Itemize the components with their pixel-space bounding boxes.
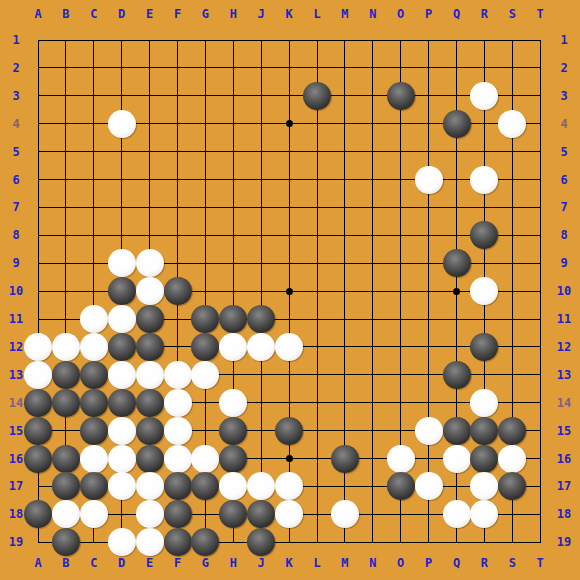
black-stone-F17[interactable] xyxy=(164,472,192,500)
row-label-left-5: 5 xyxy=(12,146,19,158)
black-stone-Q13[interactable] xyxy=(443,361,471,389)
row-label-right-5: 5 xyxy=(560,146,567,158)
white-stone-C18[interactable] xyxy=(80,500,108,528)
row-label-right-7: 7 xyxy=(560,201,567,213)
white-stone-D16[interactable] xyxy=(108,445,136,473)
black-stone-G19[interactable] xyxy=(191,528,219,556)
row-label-right-8: 8 xyxy=(560,229,567,241)
black-stone-Q9[interactable] xyxy=(443,249,471,277)
black-stone-H18[interactable] xyxy=(219,500,247,528)
white-stone-B12[interactable] xyxy=(52,333,80,361)
white-stone-G13[interactable] xyxy=(191,361,219,389)
grid-line-vertical xyxy=(540,40,541,543)
black-stone-B16[interactable] xyxy=(52,445,80,473)
white-stone-D9[interactable] xyxy=(108,249,136,277)
white-stone-R10[interactable] xyxy=(470,277,498,305)
black-stone-B17[interactable] xyxy=(52,472,80,500)
white-stone-E10[interactable] xyxy=(136,277,164,305)
black-stone-J18[interactable] xyxy=(247,500,275,528)
col-label-top-K: K xyxy=(285,8,292,20)
row-label-right-3: 3 xyxy=(560,90,567,102)
white-stone-D19[interactable] xyxy=(108,528,136,556)
white-stone-D15[interactable] xyxy=(108,417,136,445)
black-stone-R12[interactable] xyxy=(470,333,498,361)
black-stone-C15[interactable] xyxy=(80,417,108,445)
row-label-left-2: 2 xyxy=(12,62,19,74)
col-label-bottom-B: B xyxy=(62,557,69,569)
row-label-right-14: 14 xyxy=(557,397,571,409)
col-label-top-B: B xyxy=(62,8,69,20)
row-label-left-19: 19 xyxy=(9,536,23,548)
col-label-bottom-K: K xyxy=(285,557,292,569)
white-stone-R17[interactable] xyxy=(470,472,498,500)
white-stone-C12[interactable] xyxy=(80,333,108,361)
black-stone-B19[interactable] xyxy=(52,528,80,556)
white-stone-A12[interactable] xyxy=(24,333,52,361)
white-stone-C16[interactable] xyxy=(80,445,108,473)
star-point-K4 xyxy=(286,120,293,127)
col-label-top-D: D xyxy=(118,8,125,20)
row-label-right-1: 1 xyxy=(560,34,567,46)
black-stone-B14[interactable] xyxy=(52,389,80,417)
col-label-bottom-H: H xyxy=(230,557,237,569)
black-stone-F10[interactable] xyxy=(164,277,192,305)
white-stone-P17[interactable] xyxy=(415,472,443,500)
black-stone-S15[interactable] xyxy=(498,417,526,445)
row-label-left-7: 7 xyxy=(12,201,19,213)
black-stone-F19[interactable] xyxy=(164,528,192,556)
black-stone-O3[interactable] xyxy=(387,82,415,110)
white-stone-K18[interactable] xyxy=(275,500,303,528)
col-label-bottom-A: A xyxy=(34,557,41,569)
col-label-top-J: J xyxy=(258,8,265,20)
white-stone-M18[interactable] xyxy=(331,500,359,528)
black-stone-D12[interactable] xyxy=(108,333,136,361)
row-label-right-4: 4 xyxy=(560,118,567,130)
col-label-top-R: R xyxy=(481,8,488,20)
white-stone-S4[interactable] xyxy=(498,110,526,138)
col-label-bottom-Q: Q xyxy=(453,557,460,569)
white-stone-D17[interactable] xyxy=(108,472,136,500)
col-label-bottom-P: P xyxy=(425,557,432,569)
row-label-left-18: 18 xyxy=(9,508,23,520)
row-label-right-2: 2 xyxy=(560,62,567,74)
black-stone-A16[interactable] xyxy=(24,445,52,473)
row-label-left-6: 6 xyxy=(12,174,19,186)
col-label-bottom-O: O xyxy=(397,557,404,569)
black-stone-E12[interactable] xyxy=(136,333,164,361)
col-label-top-S: S xyxy=(509,8,516,20)
black-stone-Q4[interactable] xyxy=(443,110,471,138)
col-label-top-N: N xyxy=(369,8,376,20)
row-label-left-16: 16 xyxy=(9,453,23,465)
black-stone-E15[interactable] xyxy=(136,417,164,445)
col-label-bottom-C: C xyxy=(90,557,97,569)
white-stone-K17[interactable] xyxy=(275,472,303,500)
col-label-top-C: C xyxy=(90,8,97,20)
black-stone-G12[interactable] xyxy=(191,333,219,361)
row-label-right-10: 10 xyxy=(557,285,571,297)
white-stone-H17[interactable] xyxy=(219,472,247,500)
white-stone-O16[interactable] xyxy=(387,445,415,473)
black-stone-C13[interactable] xyxy=(80,361,108,389)
black-stone-R8[interactable] xyxy=(470,221,498,249)
black-stone-Q15[interactable] xyxy=(443,417,471,445)
row-label-left-12: 12 xyxy=(9,341,23,353)
row-label-left-11: 11 xyxy=(9,313,23,325)
black-stone-C17[interactable] xyxy=(80,472,108,500)
white-stone-H14[interactable] xyxy=(219,389,247,417)
col-label-top-G: G xyxy=(202,8,209,20)
black-stone-E11[interactable] xyxy=(136,305,164,333)
star-point-K10 xyxy=(286,288,293,295)
white-stone-S16[interactable] xyxy=(498,445,526,473)
row-label-right-16: 16 xyxy=(557,453,571,465)
col-label-bottom-E: E xyxy=(146,557,153,569)
white-stone-Q16[interactable] xyxy=(443,445,471,473)
col-label-bottom-D: D xyxy=(118,557,125,569)
grid-line-vertical xyxy=(317,40,318,543)
white-stone-D11[interactable] xyxy=(108,305,136,333)
row-label-right-18: 18 xyxy=(557,508,571,520)
black-stone-D10[interactable] xyxy=(108,277,136,305)
white-stone-H12[interactable] xyxy=(219,333,247,361)
white-stone-J12[interactable] xyxy=(247,333,275,361)
black-stone-R16[interactable] xyxy=(470,445,498,473)
black-stone-J19[interactable] xyxy=(247,528,275,556)
col-label-bottom-R: R xyxy=(481,557,488,569)
black-stone-S17[interactable] xyxy=(498,472,526,500)
star-point-Q10 xyxy=(453,288,460,295)
row-label-right-12: 12 xyxy=(557,341,571,353)
go-board[interactable]: AABBCCDDEEFFGGHHJJKKLLMMNNOOPPQQRRSSTT11… xyxy=(0,0,580,580)
white-stone-R3[interactable] xyxy=(470,82,498,110)
row-label-left-8: 8 xyxy=(12,229,19,241)
row-label-right-9: 9 xyxy=(560,257,567,269)
row-label-left-9: 9 xyxy=(12,257,19,269)
col-label-top-O: O xyxy=(397,8,404,20)
col-label-top-Q: Q xyxy=(453,8,460,20)
black-stone-D14[interactable] xyxy=(108,389,136,417)
white-stone-K12[interactable] xyxy=(275,333,303,361)
col-label-top-A: A xyxy=(34,8,41,20)
col-label-top-T: T xyxy=(537,8,544,20)
white-stone-F16[interactable] xyxy=(164,445,192,473)
col-label-bottom-T: T xyxy=(537,557,544,569)
col-label-top-H: H xyxy=(230,8,237,20)
col-label-bottom-N: N xyxy=(369,557,376,569)
white-stone-E18[interactable] xyxy=(136,500,164,528)
col-label-bottom-L: L xyxy=(313,557,320,569)
white-stone-R6[interactable] xyxy=(470,166,498,194)
col-label-top-M: M xyxy=(341,8,348,20)
row-label-left-10: 10 xyxy=(9,285,23,297)
white-stone-C11[interactable] xyxy=(80,305,108,333)
white-stone-R14[interactable] xyxy=(470,389,498,417)
black-stone-J11[interactable] xyxy=(247,305,275,333)
white-stone-E9[interactable] xyxy=(136,249,164,277)
white-stone-F14[interactable] xyxy=(164,389,192,417)
white-stone-E13[interactable] xyxy=(136,361,164,389)
row-label-left-15: 15 xyxy=(9,425,23,437)
col-label-top-P: P xyxy=(425,8,432,20)
white-stone-D13[interactable] xyxy=(108,361,136,389)
row-label-right-13: 13 xyxy=(557,369,571,381)
row-label-left-4: 4 xyxy=(12,118,19,130)
col-label-bottom-F: F xyxy=(174,557,181,569)
black-stone-H15[interactable] xyxy=(219,417,247,445)
row-label-right-17: 17 xyxy=(557,480,571,492)
black-stone-H11[interactable] xyxy=(219,305,247,333)
grid-line-vertical xyxy=(428,40,429,543)
white-stone-D4[interactable] xyxy=(108,110,136,138)
white-stone-P6[interactable] xyxy=(415,166,443,194)
black-stone-C14[interactable] xyxy=(80,389,108,417)
col-label-top-L: L xyxy=(313,8,320,20)
white-stone-A13[interactable] xyxy=(24,361,52,389)
col-label-bottom-M: M xyxy=(341,557,348,569)
white-stone-G16[interactable] xyxy=(191,445,219,473)
black-stone-A14[interactable] xyxy=(24,389,52,417)
row-label-right-15: 15 xyxy=(557,425,571,437)
white-stone-E19[interactable] xyxy=(136,528,164,556)
black-stone-L3[interactable] xyxy=(303,82,331,110)
col-label-bottom-G: G xyxy=(202,557,209,569)
black-stone-G17[interactable] xyxy=(191,472,219,500)
black-stone-A18[interactable] xyxy=(24,500,52,528)
black-stone-E14[interactable] xyxy=(136,389,164,417)
black-stone-A15[interactable] xyxy=(24,417,52,445)
black-stone-M16[interactable] xyxy=(331,445,359,473)
black-stone-E16[interactable] xyxy=(136,445,164,473)
white-stone-R18[interactable] xyxy=(470,500,498,528)
white-stone-F15[interactable] xyxy=(164,417,192,445)
white-stone-Q18[interactable] xyxy=(443,500,471,528)
grid-line-vertical xyxy=(372,40,373,543)
black-stone-G11[interactable] xyxy=(191,305,219,333)
row-label-right-19: 19 xyxy=(557,536,571,548)
col-label-top-E: E xyxy=(146,8,153,20)
white-stone-J17[interactable] xyxy=(247,472,275,500)
black-stone-F18[interactable] xyxy=(164,500,192,528)
black-stone-B13[interactable] xyxy=(52,361,80,389)
black-stone-O17[interactable] xyxy=(387,472,415,500)
row-label-left-17: 17 xyxy=(9,480,23,492)
row-label-left-13: 13 xyxy=(9,369,23,381)
black-stone-H16[interactable] xyxy=(219,445,247,473)
white-stone-E17[interactable] xyxy=(136,472,164,500)
row-label-right-11: 11 xyxy=(557,313,571,325)
black-stone-K15[interactable] xyxy=(275,417,303,445)
white-stone-F13[interactable] xyxy=(164,361,192,389)
col-label-top-F: F xyxy=(174,8,181,20)
white-stone-B18[interactable] xyxy=(52,500,80,528)
black-stone-R15[interactable] xyxy=(470,417,498,445)
row-label-left-1: 1 xyxy=(12,34,19,46)
row-label-left-14: 14 xyxy=(9,397,23,409)
row-label-right-6: 6 xyxy=(560,174,567,186)
row-label-left-3: 3 xyxy=(12,90,19,102)
white-stone-P15[interactable] xyxy=(415,417,443,445)
col-label-bottom-J: J xyxy=(258,557,265,569)
col-label-bottom-S: S xyxy=(509,557,516,569)
star-point-K16 xyxy=(286,455,293,462)
